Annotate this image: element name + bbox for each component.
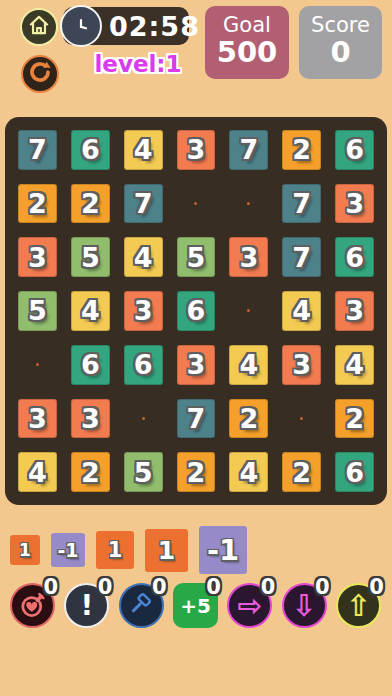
tile-2[interactable]: 2 bbox=[282, 130, 321, 170]
tile-3[interactable]: 3 bbox=[177, 130, 216, 170]
tile-6[interactable]: 6 bbox=[124, 345, 163, 385]
tile-2[interactable]: 2 bbox=[18, 184, 57, 224]
empty-cell bbox=[229, 291, 268, 331]
tile-4[interactable]: 4 bbox=[282, 291, 321, 331]
powerup-count-badge: 0 bbox=[369, 575, 384, 599]
tile-2[interactable]: 2 bbox=[335, 399, 374, 439]
restart-icon bbox=[27, 59, 53, 89]
tile-2[interactable]: 2 bbox=[229, 399, 268, 439]
game-board: 7643726227733545376543643663434337224252… bbox=[5, 117, 387, 505]
empty-cell-dot bbox=[247, 309, 250, 312]
exclamation-icon: ! bbox=[80, 589, 93, 622]
queue-tile--1[interactable]: -1 bbox=[51, 533, 85, 567]
empty-cell bbox=[124, 399, 163, 439]
goal-value: 500 bbox=[205, 37, 289, 69]
tile-6[interactable]: 6 bbox=[71, 345, 110, 385]
tile-6[interactable]: 6 bbox=[335, 130, 374, 170]
tile-5[interactable]: 5 bbox=[177, 237, 216, 277]
queue-tile--1[interactable]: -1 bbox=[199, 526, 247, 574]
goal-card: Goal 500 bbox=[205, 6, 289, 79]
tile-7[interactable]: 7 bbox=[229, 130, 268, 170]
score-label: Score bbox=[299, 13, 382, 37]
powerup-count-badge: 0 bbox=[315, 575, 330, 599]
tile-7[interactable]: 7 bbox=[18, 130, 57, 170]
powerup-hammer[interactable]: 0 bbox=[119, 579, 165, 629]
score-value: 0 bbox=[299, 37, 382, 69]
tile-7[interactable]: 7 bbox=[124, 184, 163, 224]
home-icon bbox=[26, 12, 52, 42]
tile-5[interactable]: 5 bbox=[18, 291, 57, 331]
tile-6[interactable]: 6 bbox=[335, 237, 374, 277]
powerup-heart-potion[interactable]: 0 bbox=[10, 579, 56, 629]
empty-cell bbox=[282, 399, 321, 439]
arrow-up-icon: ⇧ bbox=[346, 591, 371, 621]
tile-4[interactable]: 4 bbox=[335, 345, 374, 385]
header: 02:58 level:1 Goal 500 Score 0 bbox=[0, 0, 392, 117]
tile-6[interactable]: 6 bbox=[71, 130, 110, 170]
tile-3[interactable]: 3 bbox=[124, 291, 163, 331]
tile-6[interactable]: 6 bbox=[335, 452, 374, 492]
tile-3[interactable]: 3 bbox=[177, 345, 216, 385]
powerup-exclamation[interactable]: ! 0 bbox=[64, 579, 110, 629]
powerup-count-badge: 0 bbox=[98, 575, 113, 599]
tile-3[interactable]: 3 bbox=[335, 184, 374, 224]
home-button[interactable] bbox=[20, 8, 58, 46]
tile-2[interactable]: 2 bbox=[71, 184, 110, 224]
tile-5[interactable]: 5 bbox=[124, 452, 163, 492]
powerup-bar: 0 ! 0 0 +5 0 ⇨ 0 ⇩ 0 ⇧ 0 bbox=[10, 579, 382, 629]
queue-tile-1[interactable]: 1 bbox=[96, 531, 134, 569]
powerup-count-badge: 0 bbox=[43, 575, 58, 599]
restart-button[interactable] bbox=[21, 55, 59, 93]
tile-7[interactable]: 7 bbox=[177, 399, 216, 439]
tile-5[interactable]: 5 bbox=[71, 237, 110, 277]
empty-cell-dot bbox=[142, 417, 145, 420]
tile-2[interactable]: 2 bbox=[177, 452, 216, 492]
goal-label: Goal bbox=[205, 13, 289, 37]
timer-value: 02:58 bbox=[109, 11, 200, 42]
tile-2[interactable]: 2 bbox=[282, 452, 321, 492]
tile-7[interactable]: 7 bbox=[282, 184, 321, 224]
tile-4[interactable]: 4 bbox=[124, 130, 163, 170]
powerup-arrow-right[interactable]: ⇨ 0 bbox=[227, 579, 273, 629]
tile-2[interactable]: 2 bbox=[71, 452, 110, 492]
tile-4[interactable]: 4 bbox=[124, 237, 163, 277]
empty-cell bbox=[229, 184, 268, 224]
empty-cell-dot bbox=[247, 202, 250, 205]
clock-icon bbox=[60, 5, 102, 47]
level-label: level:1 bbox=[78, 51, 198, 77]
timer: 02:58 bbox=[63, 7, 189, 45]
empty-cell-dot bbox=[36, 363, 39, 366]
tile-7[interactable]: 7 bbox=[282, 237, 321, 277]
tile-4[interactable]: 4 bbox=[229, 345, 268, 385]
powerup-count-badge: 0 bbox=[206, 575, 221, 599]
tile-4[interactable]: 4 bbox=[229, 452, 268, 492]
tile-4[interactable]: 4 bbox=[71, 291, 110, 331]
powerup-count-badge: 0 bbox=[152, 575, 167, 599]
powerup-count-badge: 0 bbox=[261, 575, 276, 599]
score-card: Score 0 bbox=[299, 6, 382, 79]
tile-3[interactable]: 3 bbox=[71, 399, 110, 439]
empty-cell-dot bbox=[194, 202, 197, 205]
arrow-right-icon: ⇨ bbox=[237, 591, 262, 621]
tile-3[interactable]: 3 bbox=[18, 237, 57, 277]
tile-3[interactable]: 3 bbox=[18, 399, 57, 439]
next-tiles-queue: 1-111-1 bbox=[10, 522, 247, 578]
queue-tile-1[interactable]: 1 bbox=[145, 529, 188, 572]
empty-cell bbox=[18, 345, 57, 385]
queue-tile-1[interactable]: 1 bbox=[10, 535, 40, 565]
tile-3[interactable]: 3 bbox=[229, 237, 268, 277]
powerup-arrow-up[interactable]: ⇧ 0 bbox=[336, 579, 382, 629]
powerup-plus-five[interactable]: +5 0 bbox=[173, 579, 219, 629]
tile-6[interactable]: 6 bbox=[177, 291, 216, 331]
empty-cell bbox=[177, 184, 216, 224]
tile-3[interactable]: 3 bbox=[335, 291, 374, 331]
hammer-icon bbox=[127, 590, 155, 622]
powerup-arrow-down[interactable]: ⇩ 0 bbox=[282, 579, 328, 629]
arrow-down-icon: ⇩ bbox=[292, 591, 317, 621]
tile-3[interactable]: 3 bbox=[282, 345, 321, 385]
empty-cell-dot bbox=[300, 417, 303, 420]
tile-4[interactable]: 4 bbox=[18, 452, 57, 492]
